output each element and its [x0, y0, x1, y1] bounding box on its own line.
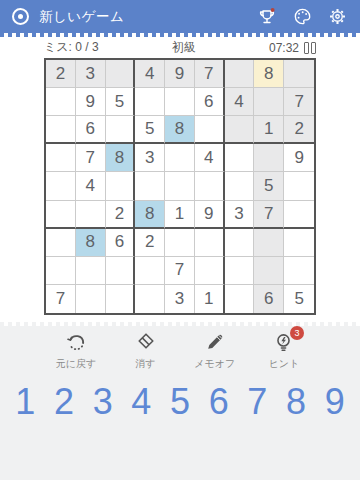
- cell-r5c2[interactable]: 4: [76, 172, 106, 200]
- cell-r8c3[interactable]: [106, 257, 136, 285]
- trophy-icon[interactable]: [256, 6, 278, 28]
- cell-r1c5[interactable]: 9: [165, 60, 195, 88]
- cell-r1c3[interactable]: [106, 60, 136, 88]
- cell-r5c5[interactable]: [165, 172, 195, 200]
- cell-r3c3[interactable]: [106, 116, 136, 144]
- cell-r5c7[interactable]: [225, 172, 255, 200]
- numpad-key-4[interactable]: 4: [122, 378, 161, 426]
- sudoku-board: 23497895647658127834945281937862773165: [44, 58, 316, 315]
- cell-r1c7[interactable]: [225, 60, 255, 88]
- cell-r7c6[interactable]: [195, 229, 225, 257]
- cell-r6c8[interactable]: 7: [254, 201, 284, 229]
- cell-r9c9[interactable]: 5: [284, 285, 314, 313]
- memo-label: メモオフ: [194, 357, 235, 371]
- cell-r5c9[interactable]: [284, 172, 314, 200]
- undo-icon: [64, 330, 88, 354]
- cell-r8c4[interactable]: [135, 257, 165, 285]
- pause-button[interactable]: [304, 42, 316, 54]
- cell-r8c6[interactable]: [195, 257, 225, 285]
- difficulty-label: 初級: [172, 39, 196, 56]
- numpad-key-2[interactable]: 2: [45, 378, 84, 426]
- cell-r3c4[interactable]: 5: [135, 116, 165, 144]
- notification-dot: [271, 8, 275, 12]
- cell-r1c6[interactable]: 7: [195, 60, 225, 88]
- cell-r6c7[interactable]: 3: [225, 201, 255, 229]
- cell-r9c4[interactable]: [135, 285, 165, 313]
- timer-value: 07:32: [269, 41, 299, 55]
- cell-r1c1[interactable]: 2: [46, 60, 76, 88]
- settings-gear-icon[interactable]: [326, 6, 348, 28]
- cell-r7c2[interactable]: 8: [76, 229, 106, 257]
- cell-r5c6[interactable]: [195, 172, 225, 200]
- undo-button[interactable]: 元に戻す: [44, 330, 108, 371]
- cell-r7c5[interactable]: [165, 229, 195, 257]
- toolbar: 元に戻す 消す メモオフ: [44, 330, 316, 371]
- cell-r2c6[interactable]: 6: [195, 88, 225, 116]
- cell-r4c9[interactable]: 9: [284, 144, 314, 172]
- cell-r2c3[interactable]: 5: [106, 88, 136, 116]
- cell-r4c5[interactable]: [165, 144, 195, 172]
- erase-button[interactable]: 消す: [113, 330, 177, 371]
- undo-label: 元に戻す: [56, 357, 96, 371]
- numpad-key-8[interactable]: 8: [277, 378, 316, 426]
- cell-r6c6[interactable]: 9: [195, 201, 225, 229]
- cell-r8c5[interactable]: 7: [165, 257, 195, 285]
- palette-icon[interactable]: [291, 6, 313, 28]
- cell-r3c6[interactable]: [195, 116, 225, 144]
- number-pad: 123456789: [6, 378, 354, 426]
- cell-r3c5[interactable]: 8: [165, 116, 195, 144]
- cell-r4c7[interactable]: [225, 144, 255, 172]
- memo-toggle-button[interactable]: メモオフ: [183, 330, 247, 371]
- cell-r4c2[interactable]: 7: [76, 144, 106, 172]
- cell-r2c2[interactable]: 9: [76, 88, 106, 116]
- record-circle-icon: [12, 8, 29, 25]
- cell-r6c1[interactable]: [46, 201, 76, 229]
- cell-r5c3[interactable]: [106, 172, 136, 200]
- cell-r1c4[interactable]: 4: [135, 60, 165, 88]
- header-perforated-edge: [0, 33, 360, 37]
- cell-r4c6[interactable]: 4: [195, 144, 225, 172]
- cell-r9c7[interactable]: [225, 285, 255, 313]
- cell-r7c7[interactable]: [225, 229, 255, 257]
- cell-r8c2[interactable]: [76, 257, 106, 285]
- cell-r7c9[interactable]: [284, 229, 314, 257]
- cell-r6c2[interactable]: [76, 201, 106, 229]
- cell-r4c4[interactable]: 3: [135, 144, 165, 172]
- cell-r2c5[interactable]: [165, 88, 195, 116]
- cell-r6c4[interactable]: 8: [135, 201, 165, 229]
- hint-count-badge: 3: [290, 326, 304, 340]
- numpad-key-6[interactable]: 6: [199, 378, 238, 426]
- cell-r3c7[interactable]: [225, 116, 255, 144]
- cell-r2c7[interactable]: 4: [225, 88, 255, 116]
- numpad-key-7[interactable]: 7: [238, 378, 277, 426]
- mistakes-counter: ミス: 0 / 3: [44, 39, 99, 56]
- erase-label: 消す: [135, 357, 155, 371]
- cell-r6c5[interactable]: 1: [165, 201, 195, 229]
- cell-r2c9[interactable]: 7: [284, 88, 314, 116]
- cell-r5c4[interactable]: [135, 172, 165, 200]
- bottom-panel: 元に戻す 消す メモオフ: [0, 326, 360, 480]
- cell-r8c9[interactable]: [284, 257, 314, 285]
- cell-r1c9[interactable]: [284, 60, 314, 88]
- status-bar: ミス: 0 / 3 初級 07:32: [44, 39, 316, 56]
- cell-r1c8[interactable]: 8: [254, 60, 284, 88]
- cell-r4c1[interactable]: [46, 144, 76, 172]
- cell-r9c1[interactable]: 7: [46, 285, 76, 313]
- cell-r9c8[interactable]: 6: [254, 285, 284, 313]
- cell-r3c1[interactable]: [46, 116, 76, 144]
- cell-r8c1[interactable]: [46, 257, 76, 285]
- pencil-icon: [203, 330, 227, 354]
- cell-r3c8[interactable]: 1: [254, 116, 284, 144]
- cell-r5c1[interactable]: [46, 172, 76, 200]
- numpad-key-5[interactable]: 5: [161, 378, 200, 426]
- cell-r9c5[interactable]: 3: [165, 285, 195, 313]
- cell-r9c2[interactable]: [76, 285, 106, 313]
- cell-r7c4[interactable]: 2: [135, 229, 165, 257]
- top-bar: 新しいゲーム: [0, 0, 360, 33]
- eraser-icon: [133, 330, 157, 354]
- cell-r8c7[interactable]: [225, 257, 255, 285]
- cell-r9c3[interactable]: [106, 285, 136, 313]
- cell-r5c8[interactable]: 5: [254, 172, 284, 200]
- cell-r2c1[interactable]: [46, 88, 76, 116]
- hint-label: ヒント: [269, 357, 300, 371]
- cell-r9c6[interactable]: 1: [195, 285, 225, 313]
- cell-r7c8[interactable]: [254, 229, 284, 257]
- cell-r4c8[interactable]: [254, 144, 284, 172]
- cell-r6c9[interactable]: [284, 201, 314, 229]
- cell-r6c3[interactable]: 2: [106, 201, 136, 229]
- cell-r8c8[interactable]: [254, 257, 284, 285]
- cell-r7c1[interactable]: [46, 229, 76, 257]
- numpad-key-9[interactable]: 9: [315, 378, 354, 426]
- cell-r3c9[interactable]: 2: [284, 116, 314, 144]
- numpad-key-1[interactable]: 1: [6, 378, 45, 426]
- cell-r3c2[interactable]: 6: [76, 116, 106, 144]
- cell-r2c8[interactable]: [254, 88, 284, 116]
- cell-r4c3[interactable]: 8: [106, 144, 136, 172]
- hint-button[interactable]: 3 ヒント: [252, 330, 316, 371]
- numpad-key-3[interactable]: 3: [83, 378, 122, 426]
- page-title: 新しいゲーム: [39, 8, 124, 26]
- cell-r1c2[interactable]: 3: [76, 60, 106, 88]
- cell-r2c4[interactable]: [135, 88, 165, 116]
- cell-r7c3[interactable]: 6: [106, 229, 136, 257]
